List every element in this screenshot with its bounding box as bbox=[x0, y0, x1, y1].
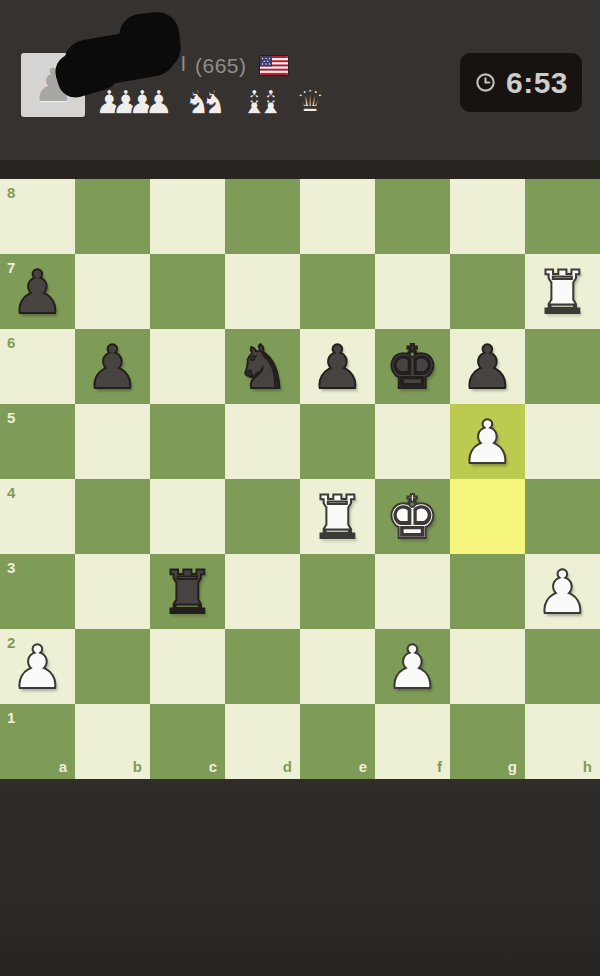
square-e8[interactable] bbox=[300, 179, 375, 254]
square-f2[interactable]: ♟ bbox=[375, 629, 450, 704]
square-f6[interactable]: ♚ bbox=[375, 329, 450, 404]
top-player-clock[interactable]: 6:53 bbox=[460, 53, 582, 112]
square-d7[interactable] bbox=[225, 254, 300, 329]
square-g1[interactable]: g bbox=[450, 704, 525, 779]
square-b6[interactable]: ♟ bbox=[75, 329, 150, 404]
white-king: ♚ bbox=[375, 479, 450, 554]
file-label-c: c bbox=[209, 759, 217, 774]
square-d4[interactable] bbox=[225, 479, 300, 554]
rank-label-8: 8 bbox=[7, 185, 15, 200]
square-h3[interactable]: ♟ bbox=[525, 554, 600, 629]
square-h5[interactable] bbox=[525, 404, 600, 479]
square-d6[interactable]: ♞ bbox=[225, 329, 300, 404]
square-h1[interactable]: h bbox=[525, 704, 600, 779]
square-f5[interactable] bbox=[375, 404, 450, 479]
black-king: ♚ bbox=[375, 329, 450, 404]
square-b5[interactable] bbox=[75, 404, 150, 479]
square-h2[interactable] bbox=[525, 629, 600, 704]
black-rook: ♜ bbox=[150, 554, 225, 629]
rank-label-7: 7 bbox=[7, 260, 15, 275]
square-h8[interactable] bbox=[525, 179, 600, 254]
top-player-name-fragment: l bbox=[181, 52, 186, 76]
captured-bishop-group: ♝♝ bbox=[239, 84, 286, 120]
square-h7[interactable]: ♜ bbox=[525, 254, 600, 329]
file-label-e: e bbox=[359, 759, 367, 774]
clock-icon bbox=[474, 71, 497, 94]
square-b7[interactable] bbox=[75, 254, 150, 329]
top-player-bar: ♟ l (665) ♟♟♟♟♞♞♝♝♛ bbox=[0, 0, 600, 160]
square-e2[interactable] bbox=[300, 629, 375, 704]
square-c3[interactable]: ♜ bbox=[150, 554, 225, 629]
rank-label-5: 5 bbox=[7, 410, 15, 425]
square-f4[interactable]: ♚ bbox=[375, 479, 450, 554]
file-label-b: b bbox=[133, 759, 142, 774]
square-f7[interactable] bbox=[375, 254, 450, 329]
square-g8[interactable] bbox=[450, 179, 525, 254]
square-a8[interactable]: 8 bbox=[0, 179, 75, 254]
square-a2[interactable]: 2♟ bbox=[0, 629, 75, 704]
square-g2[interactable] bbox=[450, 629, 525, 704]
top-player-captured-pieces: ♟♟♟♟♞♞♝♝♛ bbox=[94, 84, 334, 120]
black-knight: ♞ bbox=[225, 329, 300, 404]
rank-label-4: 4 bbox=[7, 485, 15, 500]
square-a6[interactable]: 6 bbox=[0, 329, 75, 404]
top-player-rating: (665) bbox=[195, 54, 247, 78]
square-b1[interactable]: b bbox=[75, 704, 150, 779]
square-c4[interactable] bbox=[150, 479, 225, 554]
captured-bishop: ♝ bbox=[255, 84, 285, 120]
rank-label-2: 2 bbox=[7, 635, 15, 650]
white-pawn: ♟ bbox=[450, 404, 525, 479]
file-label-g: g bbox=[508, 759, 517, 774]
file-label-a: a bbox=[59, 759, 67, 774]
rank-label-6: 6 bbox=[7, 335, 15, 350]
square-e7[interactable] bbox=[300, 254, 375, 329]
captured-knight: ♞ bbox=[199, 84, 229, 120]
captured-queen: ♛ bbox=[295, 84, 325, 120]
board-top-divider bbox=[0, 160, 600, 179]
square-a5[interactable]: 5 bbox=[0, 404, 75, 479]
square-a7[interactable]: 7♟ bbox=[0, 254, 75, 329]
square-d3[interactable] bbox=[225, 554, 300, 629]
black-pawn: ♟ bbox=[450, 329, 525, 404]
rank-label-3: 3 bbox=[7, 560, 15, 575]
square-c6[interactable] bbox=[150, 329, 225, 404]
square-a1[interactable]: 1a bbox=[0, 704, 75, 779]
square-f3[interactable] bbox=[375, 554, 450, 629]
file-label-f: f bbox=[437, 759, 442, 774]
captured-pawn: ♟ bbox=[143, 84, 173, 120]
file-label-d: d bbox=[283, 759, 292, 774]
square-e3[interactable] bbox=[300, 554, 375, 629]
rank-label-1: 1 bbox=[7, 710, 15, 725]
chess-board: 87♟♜6♟♞♟♚♟5♟4♜♚3♜♟2♟♟1abcdefgh bbox=[0, 179, 600, 779]
captured-knight-group: ♞♞ bbox=[183, 84, 230, 120]
square-h6[interactable] bbox=[525, 329, 600, 404]
white-rook: ♜ bbox=[300, 479, 375, 554]
square-e5[interactable] bbox=[300, 404, 375, 479]
white-rook: ♜ bbox=[525, 254, 600, 329]
square-d1[interactable]: d bbox=[225, 704, 300, 779]
square-d2[interactable] bbox=[225, 629, 300, 704]
square-d8[interactable] bbox=[225, 179, 300, 254]
square-c2[interactable] bbox=[150, 629, 225, 704]
square-f8[interactable] bbox=[375, 179, 450, 254]
square-e1[interactable]: e bbox=[300, 704, 375, 779]
square-g3[interactable] bbox=[450, 554, 525, 629]
us-flag-icon bbox=[260, 56, 288, 75]
white-pawn: ♟ bbox=[525, 554, 600, 629]
white-pawn: ♟ bbox=[375, 629, 450, 704]
square-c5[interactable] bbox=[150, 404, 225, 479]
chess-app-screen: ♟ l (665) ♟♟♟♟♞♞♝♝♛ bbox=[0, 0, 600, 976]
square-g4[interactable] bbox=[450, 479, 525, 554]
square-c7[interactable] bbox=[150, 254, 225, 329]
square-e6[interactable]: ♟ bbox=[300, 329, 375, 404]
square-g6[interactable]: ♟ bbox=[450, 329, 525, 404]
square-c1[interactable]: c bbox=[150, 704, 225, 779]
square-f1[interactable]: f bbox=[375, 704, 450, 779]
black-pawn: ♟ bbox=[75, 329, 150, 404]
redaction-scribble bbox=[117, 10, 183, 74]
square-a3[interactable]: 3 bbox=[0, 554, 75, 629]
square-g7[interactable] bbox=[450, 254, 525, 329]
captured-queen-group: ♛ bbox=[295, 84, 325, 120]
square-a4[interactable]: 4 bbox=[0, 479, 75, 554]
square-g5[interactable]: ♟ bbox=[450, 404, 525, 479]
square-d5[interactable] bbox=[225, 404, 300, 479]
top-clock-time: 6:53 bbox=[506, 66, 568, 100]
square-e4[interactable]: ♜ bbox=[300, 479, 375, 554]
file-label-h: h bbox=[583, 759, 592, 774]
square-b4[interactable] bbox=[75, 479, 150, 554]
bottom-player-bar: M n (660) ♟♟♟♟♞♝♝♜♛+2 2:22 bbox=[0, 779, 600, 976]
square-b3[interactable] bbox=[75, 554, 150, 629]
square-b8[interactable] bbox=[75, 179, 150, 254]
square-b2[interactable] bbox=[75, 629, 150, 704]
square-c8[interactable] bbox=[150, 179, 225, 254]
black-pawn: ♟ bbox=[300, 329, 375, 404]
square-h4[interactable] bbox=[525, 479, 600, 554]
